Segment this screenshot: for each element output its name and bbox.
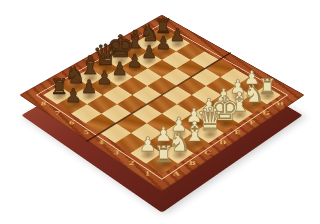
black-pawn[interactable]: ♟ bbox=[41, 87, 105, 106]
white-rook[interactable]: ♜ bbox=[132, 143, 196, 166]
pieces-layer: ♜♞♝♛♚♝♞♜♟♟♟♟♟♟♟♟♟♟♟♟♟♟♟♟♜♞♝♛♚♝♞♜ bbox=[0, 0, 320, 224]
chess-set-scene: 87654321 ABCDEFGH ♜♞♝♛♚♝♞♜♟♟♟♟♟♟♟♟♟♟♟♟♟♟… bbox=[0, 0, 320, 224]
